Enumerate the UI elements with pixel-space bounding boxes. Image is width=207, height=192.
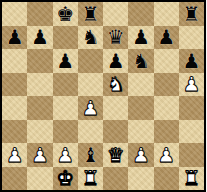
square-c8[interactable]: ♚ <box>53 2 78 26</box>
square-a3[interactable] <box>2 120 27 144</box>
black-pawn-c6[interactable]: ♟ <box>56 51 74 71</box>
white-pawn-g2[interactable]: ♟ <box>157 145 175 165</box>
square-f1[interactable] <box>128 167 153 191</box>
square-f2[interactable]: ♟ <box>128 143 153 167</box>
square-h8[interactable]: ♜ <box>179 2 204 26</box>
square-a4[interactable] <box>2 96 27 120</box>
square-a2[interactable]: ♟ <box>2 143 27 167</box>
black-pawn-g7[interactable]: ♟ <box>157 27 175 47</box>
black-queen-e7[interactable]: ♛ <box>107 27 125 47</box>
square-d1[interactable]: ♜ <box>78 167 103 191</box>
square-d5[interactable] <box>78 73 103 97</box>
square-e7[interactable]: ♛ <box>103 26 128 50</box>
square-h6[interactable]: ♟ <box>179 49 204 73</box>
square-h7[interactable] <box>179 26 204 50</box>
square-h3[interactable] <box>179 120 204 144</box>
white-rook-d1[interactable]: ♜ <box>81 168 99 188</box>
square-b8[interactable] <box>27 2 52 26</box>
black-knight-f6[interactable]: ♞ <box>132 51 150 71</box>
white-king-c1[interactable]: ♚ <box>56 168 74 188</box>
square-d4[interactable]: ♟ <box>78 96 103 120</box>
black-pawn-h6[interactable]: ♟ <box>182 51 200 71</box>
square-a7[interactable]: ♟ <box>2 26 27 50</box>
chess-board: ♚♜♜♟♟♞♛♟♟♟♟♞♟♞♟♟♟♟♟♝♛♟♟♚♜♜ <box>2 2 204 190</box>
square-b6[interactable] <box>27 49 52 73</box>
white-pawn-b2[interactable]: ♟ <box>31 145 49 165</box>
black-rook-h8[interactable]: ♜ <box>182 4 200 24</box>
square-h1[interactable]: ♜ <box>179 167 204 191</box>
square-d6[interactable] <box>78 49 103 73</box>
white-pawn-c2[interactable]: ♟ <box>56 145 74 165</box>
white-pawn-h5[interactable]: ♟ <box>182 74 200 94</box>
square-e5[interactable]: ♞ <box>103 73 128 97</box>
square-h2[interactable] <box>179 143 204 167</box>
square-c3[interactable] <box>53 120 78 144</box>
square-f5[interactable] <box>128 73 153 97</box>
white-knight-e5[interactable]: ♞ <box>107 74 125 94</box>
square-g5[interactable] <box>154 73 179 97</box>
white-queen-e2[interactable]: ♛ <box>107 145 125 165</box>
square-d7[interactable]: ♞ <box>78 26 103 50</box>
square-g3[interactable] <box>154 120 179 144</box>
square-h5[interactable]: ♟ <box>179 73 204 97</box>
square-c1[interactable]: ♚ <box>53 167 78 191</box>
square-g7[interactable]: ♟ <box>154 26 179 50</box>
white-pawn-a2[interactable]: ♟ <box>6 145 24 165</box>
square-g4[interactable] <box>154 96 179 120</box>
square-d8[interactable]: ♜ <box>78 2 103 26</box>
square-c4[interactable] <box>53 96 78 120</box>
square-g8[interactable] <box>154 2 179 26</box>
square-c5[interactable] <box>53 73 78 97</box>
square-h4[interactable] <box>179 96 204 120</box>
square-d2[interactable]: ♝ <box>78 143 103 167</box>
square-b2[interactable]: ♟ <box>27 143 52 167</box>
square-d3[interactable] <box>78 120 103 144</box>
black-king-c8[interactable]: ♚ <box>56 4 74 24</box>
square-c6[interactable]: ♟ <box>53 49 78 73</box>
chess-board-frame: ♚♜♜♟♟♞♛♟♟♟♟♞♟♞♟♟♟♟♟♝♛♟♟♚♜♜ <box>0 0 207 192</box>
square-e4[interactable] <box>103 96 128 120</box>
white-rook-h1[interactable]: ♜ <box>182 168 200 188</box>
square-a6[interactable] <box>2 49 27 73</box>
square-a8[interactable] <box>2 2 27 26</box>
square-e1[interactable] <box>103 167 128 191</box>
square-f6[interactable]: ♞ <box>128 49 153 73</box>
square-f7[interactable]: ♟ <box>128 26 153 50</box>
black-pawn-b7[interactable]: ♟ <box>31 27 49 47</box>
white-pawn-f2[interactable]: ♟ <box>132 145 150 165</box>
square-g1[interactable] <box>154 167 179 191</box>
square-b4[interactable] <box>27 96 52 120</box>
square-g6[interactable] <box>154 49 179 73</box>
square-c7[interactable] <box>53 26 78 50</box>
square-e6[interactable]: ♟ <box>103 49 128 73</box>
square-b5[interactable] <box>27 73 52 97</box>
black-knight-d7[interactable]: ♞ <box>81 27 99 47</box>
square-e2[interactable]: ♛ <box>103 143 128 167</box>
square-a1[interactable] <box>2 167 27 191</box>
square-a5[interactable] <box>2 73 27 97</box>
window-edge-highlight <box>206 0 207 192</box>
square-e3[interactable] <box>103 120 128 144</box>
square-b1[interactable] <box>27 167 52 191</box>
white-pawn-d4[interactable]: ♟ <box>81 98 99 118</box>
square-f8[interactable] <box>128 2 153 26</box>
square-g2[interactable]: ♟ <box>154 143 179 167</box>
square-b7[interactable]: ♟ <box>27 26 52 50</box>
black-pawn-a7[interactable]: ♟ <box>6 27 24 47</box>
square-c2[interactable]: ♟ <box>53 143 78 167</box>
square-f4[interactable] <box>128 96 153 120</box>
black-bishop-d2[interactable]: ♝ <box>81 145 99 165</box>
black-pawn-f7[interactable]: ♟ <box>132 27 150 47</box>
black-rook-d8[interactable]: ♜ <box>81 4 99 24</box>
square-e8[interactable] <box>103 2 128 26</box>
square-b3[interactable] <box>27 120 52 144</box>
black-pawn-e6[interactable]: ♟ <box>107 51 125 71</box>
square-f3[interactable] <box>128 120 153 144</box>
